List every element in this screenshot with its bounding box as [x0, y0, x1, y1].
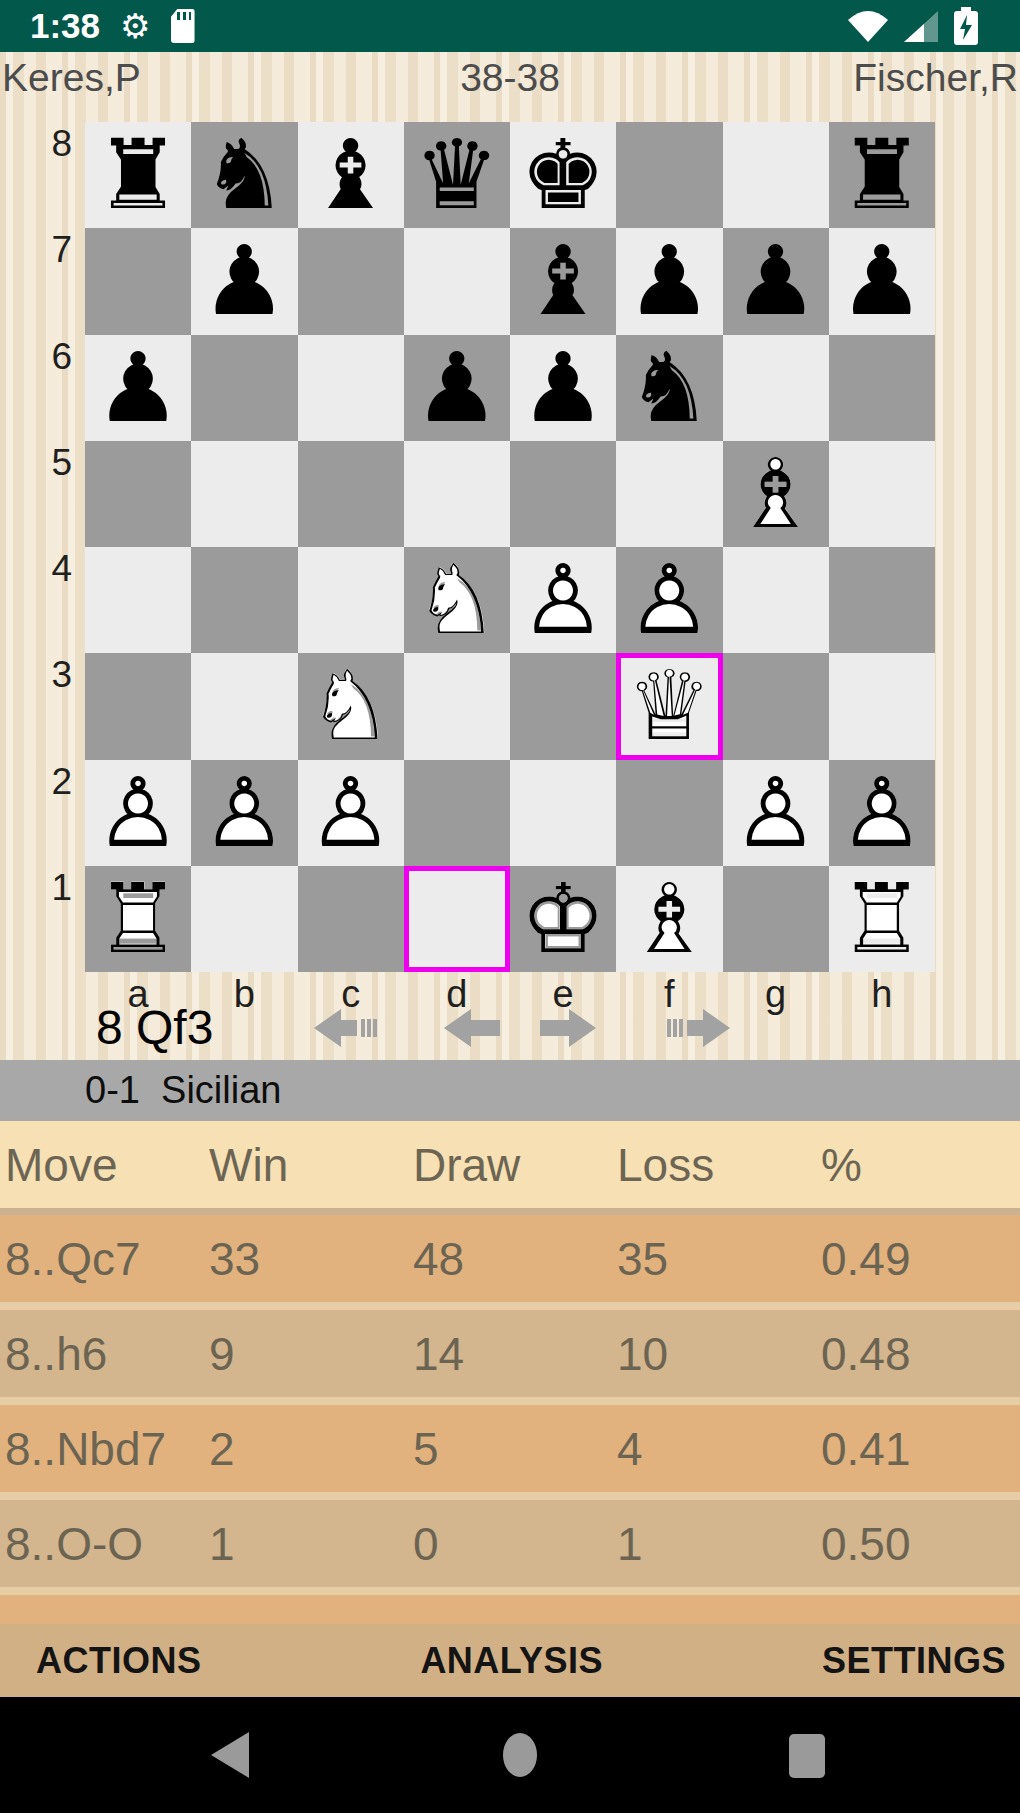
table-row-qc7[interactable]: 8..Qc7 33 48 35 0.49: [0, 1215, 1020, 1302]
tab-settings[interactable]: SETTINGS: [822, 1640, 1006, 1682]
square-c7[interactable]: [298, 228, 404, 334]
table-row-h6[interactable]: 8..h6 9 14 10 0.48: [0, 1310, 1020, 1397]
square-g6[interactable]: [723, 335, 829, 441]
square-h1[interactable]: ♜♖: [829, 866, 935, 972]
white-king-piece: ♚♔: [510, 866, 616, 972]
header-loss: Loss: [612, 1138, 816, 1192]
square-d4[interactable]: ♞♘: [404, 547, 510, 653]
gear-icon: ⚙: [120, 9, 150, 43]
black-knight-piece: ♞: [616, 335, 722, 441]
square-h6[interactable]: [829, 335, 935, 441]
square-e3[interactable]: [510, 653, 616, 759]
cell-loss: 10: [612, 1327, 816, 1381]
square-f4[interactable]: ♟♙: [616, 547, 722, 653]
header-move: Move: [0, 1138, 204, 1192]
square-h3[interactable]: [829, 653, 935, 759]
rank-labels: 8 7 6 5 4 3 2 1: [0, 122, 72, 972]
white-pawn-piece: ♟♙: [723, 760, 829, 866]
android-nav-bar: [0, 1697, 1020, 1813]
square-e1[interactable]: ♚♔: [510, 866, 616, 972]
black-pawn-piece: ♟: [616, 228, 722, 334]
cell-loss: 1: [612, 1517, 816, 1571]
square-e8[interactable]: ♚: [510, 122, 616, 228]
cell-percent: 0.48: [816, 1327, 1020, 1381]
cell-draw: 0: [408, 1517, 612, 1571]
file-label-g: g: [723, 972, 829, 1016]
white-pawn-piece: ♟♙: [298, 760, 404, 866]
square-c5[interactable]: [298, 441, 404, 547]
square-b8[interactable]: ♞: [191, 122, 297, 228]
previous-move-icon: [444, 1007, 502, 1049]
table-row-oo[interactable]: 8..O-O 1 0 1 0.50: [0, 1500, 1020, 1587]
black-rook-piece: ♜: [85, 122, 191, 228]
square-e5[interactable]: [510, 441, 616, 547]
cell-win: 33: [204, 1232, 408, 1286]
square-b1[interactable]: [191, 866, 297, 972]
square-b4[interactable]: [191, 547, 297, 653]
cell-move: 8..Nbd7: [0, 1422, 204, 1476]
square-c4[interactable]: [298, 547, 404, 653]
square-a3[interactable]: [85, 653, 191, 759]
rank-label-3: 3: [0, 653, 72, 759]
black-pawn-piece: ♟: [723, 228, 829, 334]
file-label-h: h: [829, 972, 935, 1016]
white-queen-piece: ♛♕: [616, 653, 722, 759]
square-h4[interactable]: [829, 547, 935, 653]
square-b5[interactable]: [191, 441, 297, 547]
square-c3[interactable]: ♞♘: [298, 653, 404, 759]
square-d3[interactable]: [404, 653, 510, 759]
square-f3[interactable]: ♛♕: [616, 653, 722, 759]
sd-card-icon: [171, 9, 195, 43]
row-separator: [0, 1397, 1020, 1405]
row-separator: [0, 1492, 1020, 1500]
square-e6[interactable]: ♟: [510, 335, 616, 441]
last-move-icon: [664, 1007, 730, 1049]
black-bishop-piece: ♝: [298, 122, 404, 228]
header-percent: %: [816, 1138, 1020, 1192]
black-rook-piece: ♜: [829, 122, 935, 228]
square-g8[interactable]: [723, 122, 829, 228]
square-b2[interactable]: ♟♙: [191, 760, 297, 866]
square-h7[interactable]: ♟: [829, 228, 935, 334]
square-f7[interactable]: ♟: [616, 228, 722, 334]
white-rook-piece: ♜♖: [829, 866, 935, 972]
cell-move: 8..O-O: [0, 1517, 204, 1571]
cell-percent: 0.49: [816, 1232, 1020, 1286]
black-pawn-piece: ♟: [510, 335, 616, 441]
table-row-nbd7[interactable]: 8..Nbd7 2 5 4 0.41: [0, 1405, 1020, 1492]
game-header: Keres,P 38-38 Fischer,R: [0, 54, 1020, 102]
white-bishop-piece: ♝♗: [616, 866, 722, 972]
cell-win: 2: [204, 1422, 408, 1476]
square-g3[interactable]: [723, 653, 829, 759]
square-g2[interactable]: ♟♙: [723, 760, 829, 866]
cell-draw: 48: [408, 1232, 612, 1286]
white-rook-piece: ♜♖: [85, 866, 191, 972]
white-pawn-piece: ♟♙: [510, 547, 616, 653]
home-icon[interactable]: [503, 1733, 537, 1777]
cell-percent: 0.41: [816, 1422, 1020, 1476]
square-e7[interactable]: ♝: [510, 228, 616, 334]
square-c1[interactable]: [298, 866, 404, 972]
row-separator: [0, 1302, 1020, 1310]
cell-loss: 4: [612, 1422, 816, 1476]
stats-table-header: Move Win Draw Loss %: [0, 1121, 1020, 1208]
black-queen-piece: ♛: [404, 122, 510, 228]
square-b3[interactable]: [191, 653, 297, 759]
result-opening-bar: 0-1 Sicilian: [0, 1060, 1020, 1121]
white-knight-piece: ♞♘: [298, 653, 404, 759]
square-d2[interactable]: [404, 760, 510, 866]
square-c2[interactable]: ♟♙: [298, 760, 404, 866]
black-pawn-piece: ♟: [85, 335, 191, 441]
partial-next-row: [0, 1595, 1020, 1624]
current-move-label: 8 Qf3: [96, 1000, 213, 1055]
square-a8[interactable]: ♜: [85, 122, 191, 228]
square-c6[interactable]: [298, 335, 404, 441]
header-win: Win: [204, 1138, 408, 1192]
cell-win: 9: [204, 1327, 408, 1381]
square-b7[interactable]: ♟: [191, 228, 297, 334]
rank-label-8: 8: [0, 122, 72, 228]
square-d8[interactable]: ♛: [404, 122, 510, 228]
first-move-button[interactable]: [314, 1007, 380, 1049]
stats-table-body: 8..Qc7 33 48 35 0.49 8..h6 9 14 10 0.48 …: [0, 1215, 1020, 1624]
cell-win: 1: [204, 1517, 408, 1571]
black-pawn-piece: ♟: [829, 228, 935, 334]
square-e2[interactable]: [510, 760, 616, 866]
square-h8[interactable]: ♜: [829, 122, 935, 228]
square-a2[interactable]: ♟♙: [85, 760, 191, 866]
rank-label-4: 4: [0, 547, 72, 653]
row-separator: [0, 1587, 1020, 1595]
black-pawn-piece: ♟: [191, 228, 297, 334]
rank-label-2: 2: [0, 760, 72, 866]
square-e4[interactable]: ♟♙: [510, 547, 616, 653]
black-player-name: Fischer,R: [560, 56, 1018, 100]
square-f6[interactable]: ♞: [616, 335, 722, 441]
black-knight-piece: ♞: [191, 122, 297, 228]
rank-label-7: 7: [0, 228, 72, 334]
square-g5[interactable]: ♝♗: [723, 441, 829, 547]
square-d5[interactable]: [404, 441, 510, 547]
cell-move: 8..Qc7: [0, 1232, 204, 1286]
square-d7[interactable]: [404, 228, 510, 334]
chess-board[interactable]: ♜♞♝♛♚♜♟♝♟♟♟♟♟♟♞♝♗♞♘♟♙♟♙♞♘♛♕♟♙♟♙♟♙♟♙♟♙♜♖♚…: [85, 122, 935, 972]
square-c8[interactable]: ♝: [298, 122, 404, 228]
signal-icon: [904, 11, 938, 42]
square-a4[interactable]: [85, 547, 191, 653]
wifi-icon: [848, 11, 888, 42]
rank-label-1: 1: [0, 866, 72, 972]
cell-draw: 14: [408, 1327, 612, 1381]
square-b6[interactable]: [191, 335, 297, 441]
white-pawn-piece: ♟♙: [85, 760, 191, 866]
header-divider: [0, 1208, 1020, 1215]
rank-label-6: 6: [0, 335, 72, 441]
bottom-tab-bar: ACTIONS ANALYSIS SETTINGS: [0, 1624, 1020, 1697]
white-player-name: Keres,P: [2, 56, 460, 100]
status-icons: [848, 7, 1020, 45]
square-f8[interactable]: [616, 122, 722, 228]
white-knight-piece: ♞♘: [404, 547, 510, 653]
last-move-button[interactable]: [664, 1007, 730, 1049]
back-icon[interactable]: [211, 1732, 249, 1778]
tab-analysis[interactable]: ANALYSIS: [420, 1640, 603, 1682]
square-f5[interactable]: [616, 441, 722, 547]
previous-move-button[interactable]: [444, 1007, 502, 1049]
cell-draw: 5: [408, 1422, 612, 1476]
white-pawn-piece: ♟♙: [616, 547, 722, 653]
black-pawn-piece: ♟: [404, 335, 510, 441]
square-g4[interactable]: [723, 547, 829, 653]
chess-app-screen: 1:38 ⚙ Keres,P 38-38 Fischer,R 8 7 6: [0, 0, 1020, 1813]
white-pawn-piece: ♟♙: [191, 760, 297, 866]
square-a1[interactable]: ♜♖: [85, 866, 191, 972]
white-pawn-piece: ♟♙: [829, 760, 935, 866]
square-f1[interactable]: ♝♗: [616, 866, 722, 972]
square-a7[interactable]: [85, 228, 191, 334]
rank-label-5: 5: [0, 441, 72, 547]
next-move-button[interactable]: [538, 1007, 596, 1049]
square-a5[interactable]: [85, 441, 191, 547]
white-bishop-piece: ♝♗: [723, 441, 829, 547]
battery-charging-icon: [954, 7, 978, 45]
square-h5[interactable]: [829, 441, 935, 547]
clock-time: 1:38: [30, 6, 100, 46]
status-bar: 1:38 ⚙: [0, 0, 1020, 52]
square-f2[interactable]: [616, 760, 722, 866]
cell-move: 8..h6: [0, 1327, 204, 1381]
square-h2[interactable]: ♟♙: [829, 760, 935, 866]
square-d1[interactable]: [404, 866, 510, 972]
cell-percent: 0.50: [816, 1517, 1020, 1571]
cell-loss: 35: [612, 1232, 816, 1286]
tab-actions[interactable]: ACTIONS: [36, 1640, 202, 1682]
first-move-icon: [314, 1007, 380, 1049]
square-g1[interactable]: [723, 866, 829, 972]
result-opening-text: 0-1 Sicilian: [0, 1069, 281, 1112]
square-a6[interactable]: ♟: [85, 335, 191, 441]
next-move-icon: [538, 1007, 596, 1049]
recents-icon[interactable]: [789, 1734, 825, 1778]
square-g7[interactable]: ♟: [723, 228, 829, 334]
black-king-piece: ♚: [510, 122, 616, 228]
header-draw: Draw: [408, 1138, 612, 1192]
match-score: 38-38: [460, 56, 560, 100]
black-bishop-piece: ♝: [510, 228, 616, 334]
square-d6[interactable]: ♟: [404, 335, 510, 441]
